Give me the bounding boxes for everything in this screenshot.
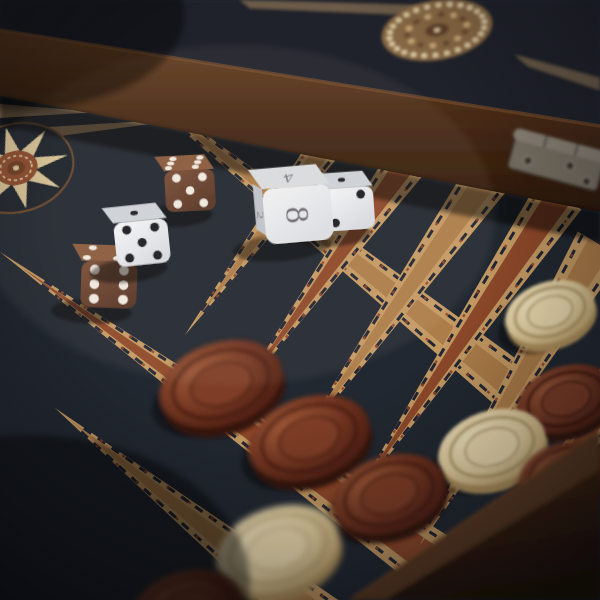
backgammon-board-scene: 842: [0, 0, 600, 600]
vignette-overlay: [0, 0, 600, 600]
backgammon-photo: 842: [0, 0, 600, 600]
